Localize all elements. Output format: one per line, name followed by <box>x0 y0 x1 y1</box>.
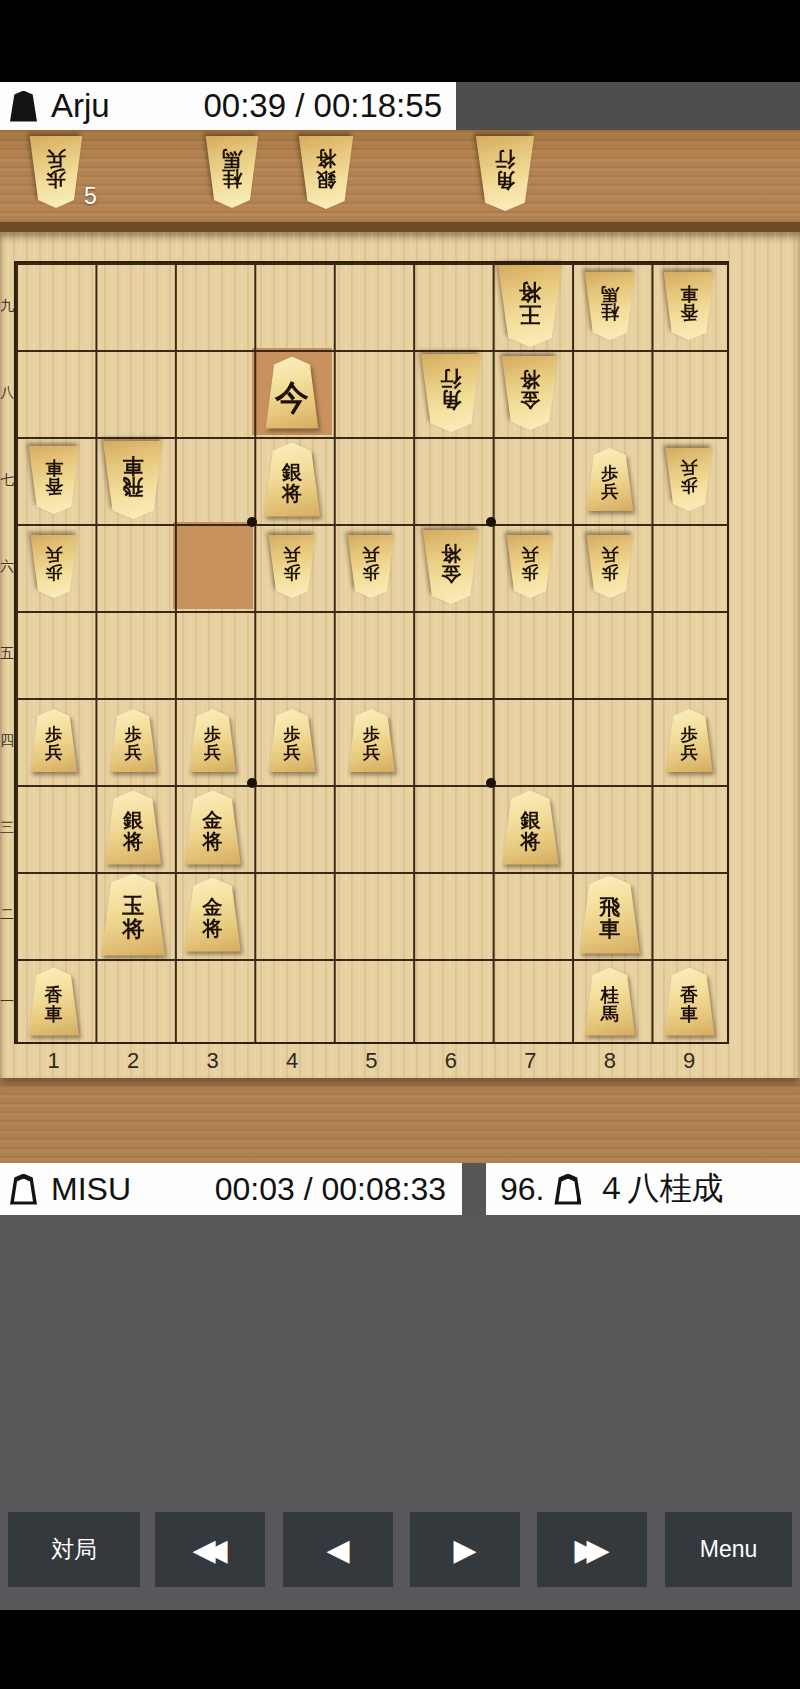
move-list-area: 対局◀◀◀▶▶▶Menu <box>0 1215 800 1610</box>
shogi-piece-promoted-knight-white[interactable]: 今 <box>264 357 320 429</box>
koma-kanji: 歩兵 <box>346 535 396 598</box>
bottom-player-bar: MISU 00:03 / 00:08:33 96. ４八桂成 <box>0 1163 800 1215</box>
shogi-piece-rook-black[interactable]: 飛車 <box>101 441 165 519</box>
shogi-piece-king-black[interactable]: 王将 <box>496 265 564 347</box>
fast-forward-button[interactable]: ▶▶ <box>537 1510 647 1587</box>
file-label-6: 6 <box>411 1048 490 1074</box>
koma-kanji: 銀将 <box>262 443 322 517</box>
koma-kanji: 今 <box>264 357 320 429</box>
bottom-player-clock: 00:03 / 00:08:33 <box>215 1171 446 1208</box>
wood-background: 歩兵桂馬銀将角行 5 王将桂馬香車今角行金将香車飛車銀将歩兵歩兵歩兵歩兵歩兵金将… <box>0 130 800 1163</box>
star-point <box>247 517 257 527</box>
koma-kanji: 玉将 <box>99 874 167 956</box>
rank-label-九: 九 <box>0 297 14 315</box>
koma-kanji: 香車 <box>662 968 716 1036</box>
file-label-7: 7 <box>491 1048 570 1074</box>
file-label-4: 4 <box>252 1048 331 1074</box>
status-bar-black <box>0 0 800 82</box>
shogi-piece-silver-white[interactable]: 銀将 <box>262 443 322 517</box>
shogi-piece-lance-white[interactable]: 香車 <box>662 968 716 1036</box>
white-move-piece-icon <box>554 1174 581 1205</box>
step-back-icon: ◀ <box>326 1535 349 1565</box>
koma-kanji: 歩兵 <box>188 709 238 772</box>
shogi-piece-pawn-white[interactable]: 歩兵 <box>664 709 714 772</box>
file-label-8: 8 <box>570 1048 649 1074</box>
shogi-piece-pawn-white[interactable]: 歩兵 <box>346 709 396 772</box>
shogi-piece-knight-black[interactable]: 桂馬 <box>583 272 637 340</box>
shogi-piece-pawn-black[interactable]: 歩兵 <box>585 535 635 598</box>
koma-kanji: 香車 <box>27 446 81 514</box>
koma-kanji: 銀将 <box>103 791 163 865</box>
rank-label-三: 三 <box>0 819 14 837</box>
shogi-piece-silver-white[interactable]: 銀将 <box>103 791 163 865</box>
black-piece-icon <box>10 91 37 122</box>
koma-kanji: 歩兵 <box>108 709 158 772</box>
shogi-piece-pawn-white[interactable]: 歩兵 <box>585 448 635 511</box>
koma-kanji: 角行 <box>419 354 483 432</box>
shogi-piece-pawn-white[interactable]: 歩兵 <box>188 709 238 772</box>
shogi-piece-gold-white[interactable]: 金将 <box>183 791 243 865</box>
koma-kanji: 歩兵 <box>29 535 79 598</box>
shogi-piece-gold-black[interactable]: 金将 <box>421 530 481 604</box>
koma-kanji: 金将 <box>500 356 560 430</box>
rank-label-七: 七 <box>0 471 14 489</box>
shogi-piece-lance-white[interactable]: 香車 <box>27 968 81 1036</box>
koma-kanji: 歩兵 <box>585 448 635 511</box>
rewind-to-start-button[interactable]: ◀◀ <box>155 1510 265 1587</box>
file-label-1: 1 <box>14 1048 93 1074</box>
file-label-5: 5 <box>332 1048 411 1074</box>
koma-kanji: 飛車 <box>578 876 642 954</box>
white-piece-icon <box>10 1174 37 1205</box>
top-player-bar: Arju 00:39 / 00:18:55 <box>0 82 800 130</box>
koma-kanji: 桂馬 <box>583 272 637 340</box>
koma-kanji: 歩兵 <box>505 535 555 598</box>
shogi-piece-pawn-black[interactable]: 歩兵 <box>29 535 79 598</box>
bottom-player-name: MISU <box>51 1171 131 1208</box>
koma-kanji: 香車 <box>662 272 716 340</box>
shogi-piece-lance-black[interactable]: 香車 <box>662 272 716 340</box>
shogi-piece-lance-black[interactable]: 香車 <box>27 446 81 514</box>
file-label-3: 3 <box>173 1048 252 1074</box>
shogi-piece-knight-black[interactable]: 桂馬 <box>204 136 260 208</box>
rewind-to-start-icon: ◀◀ <box>192 1535 227 1565</box>
koma-kanji: 歩兵 <box>585 535 635 598</box>
koma-kanji: 金将 <box>183 791 243 865</box>
fast-forward-icon: ▶▶ <box>574 1535 609 1565</box>
shogi-piece-gold-black[interactable]: 金将 <box>500 356 560 430</box>
rank-label-二: 二 <box>0 906 14 924</box>
koma-kanji: 歩兵 <box>29 709 79 772</box>
top-player-info: Arju 00:39 / 00:18:55 <box>0 82 456 130</box>
step-back-button[interactable]: ◀ <box>283 1510 393 1587</box>
new-game-button[interactable]: 対局 <box>8 1510 140 1587</box>
board-panel: 王将桂馬香車今角行金将香車飛車銀将歩兵歩兵歩兵歩兵歩兵金将歩兵歩兵歩兵歩兵歩兵歩… <box>0 222 800 1078</box>
shogi-piece-pawn-white[interactable]: 歩兵 <box>267 709 317 772</box>
shogi-board[interactable]: 王将桂馬香車今角行金将香車飛車銀将歩兵歩兵歩兵歩兵歩兵金将歩兵歩兵歩兵歩兵歩兵歩… <box>14 261 729 1044</box>
highlight-square-３六 <box>173 522 253 609</box>
koma-kanji: 桂馬 <box>583 968 637 1036</box>
koma-kanji: 角行 <box>474 136 536 211</box>
shogi-piece-pawn-black[interactable]: 歩兵 <box>267 535 317 598</box>
step-forward-button[interactable]: ▶ <box>410 1510 520 1587</box>
captured-pawn-count: 5 <box>84 183 97 210</box>
shogi-piece-bishop-black[interactable]: 角行 <box>419 354 483 432</box>
koma-kanji: 歩兵 <box>664 709 714 772</box>
koma-kanji: 銀将 <box>500 791 560 865</box>
koma-kanji: 金将 <box>421 530 481 604</box>
koma-kanji: 王将 <box>496 265 564 347</box>
shogi-piece-king-white[interactable]: 玉将 <box>99 874 167 956</box>
shogi-piece-knight-white[interactable]: 桂馬 <box>583 968 637 1036</box>
move-text: ４八桂成 <box>595 1167 723 1211</box>
last-move-indicator: 96. ４八桂成 <box>486 1163 800 1215</box>
bottom-player-info: MISU 00:03 / 00:08:33 <box>0 1163 462 1215</box>
koma-kanji: 銀将 <box>297 136 355 209</box>
rank-label-六: 六 <box>0 558 14 576</box>
koma-kanji: 金将 <box>183 878 243 952</box>
star-point <box>247 778 257 788</box>
shogi-app-screen: Arju 00:39 / 00:18:55 歩兵桂馬銀将角行 5 王将桂馬香車今… <box>0 0 800 1689</box>
star-point <box>486 517 496 527</box>
shogi-piece-silver-black[interactable]: 銀将 <box>297 136 355 209</box>
top-player-clock: 00:39 / 00:18:55 <box>203 87 442 125</box>
shogi-piece-silver-white[interactable]: 銀将 <box>500 791 560 865</box>
shogi-piece-pawn-white[interactable]: 歩兵 <box>29 709 79 772</box>
shogi-piece-rook-white[interactable]: 飛車 <box>578 876 642 954</box>
shogi-piece-gold-white[interactable]: 金将 <box>183 878 243 952</box>
file-label-9: 9 <box>650 1048 729 1074</box>
shogi-piece-pawn-white[interactable]: 歩兵 <box>108 709 158 772</box>
nav-bar-black <box>0 1610 800 1689</box>
shogi-piece-pawn-black[interactable]: 歩兵 <box>664 448 714 511</box>
rank-label-四: 四 <box>0 732 14 750</box>
top-player-name: Arju <box>51 87 110 125</box>
koma-kanji: 歩兵 <box>267 535 317 598</box>
shogi-piece-pawn-black[interactable]: 歩兵 <box>505 535 555 598</box>
koma-kanji: 歩兵 <box>346 709 396 772</box>
star-point <box>486 778 496 788</box>
koma-kanji: 歩兵 <box>28 136 84 208</box>
rank-label-八: 八 <box>0 384 14 402</box>
shogi-piece-pawn-black[interactable]: 歩兵 <box>346 535 396 598</box>
file-label-2: 2 <box>93 1048 172 1074</box>
koma-kanji: 桂馬 <box>204 136 260 208</box>
koma-kanji: 歩兵 <box>267 709 317 772</box>
koma-kanji: 香車 <box>27 968 81 1036</box>
shogi-piece-bishop-black[interactable]: 角行 <box>474 136 536 211</box>
koma-kanji: 飛車 <box>101 441 165 519</box>
menu-button[interactable]: Menu <box>665 1510 792 1587</box>
move-number: 96. <box>500 1171 544 1208</box>
rank-label-一: 一 <box>0 993 14 1011</box>
shogi-piece-pawn-black[interactable]: 歩兵 <box>28 136 84 208</box>
step-forward-icon: ▶ <box>453 1535 476 1565</box>
koma-kanji: 歩兵 <box>664 448 714 511</box>
rank-label-五: 五 <box>0 645 14 663</box>
